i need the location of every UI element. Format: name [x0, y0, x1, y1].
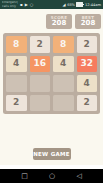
android-nav-bar: □ ○ ◁ [0, 169, 103, 183]
tile-8: 8 [6, 36, 27, 53]
score-box: SCORE 208 [46, 14, 72, 29]
clock-text: 12:44am [85, 3, 101, 7]
battery-icon [76, 2, 83, 8]
empty-cell [53, 75, 74, 92]
signal-icon: ◢ [63, 3, 66, 7]
tile-4: 4 [77, 75, 98, 92]
tile-2: 2 [6, 95, 27, 112]
tile-4: 4 [6, 56, 27, 73]
empty-cell [30, 75, 51, 92]
status-bar-right: ◢ 65% 12:44am [63, 2, 101, 8]
sd-card-icon: ▪ [20, 3, 23, 7]
best-box: BEST 208 [75, 14, 101, 29]
play-icon: ▶ [25, 3, 28, 7]
tile-16: 16 [30, 56, 51, 73]
circle-icon: ○ [30, 3, 34, 7]
recents-square-icon[interactable]: □ [21, 173, 28, 180]
status-bar: Emergency calls only ▪ ▶ ○ ◢ 65% 12:44am [0, 0, 103, 9]
tile-32: 32 [77, 56, 98, 73]
game-area: SCORE 208 BEST 208 8282416432422 NEW GAM… [0, 9, 103, 165]
home-circle-icon[interactable]: ○ [49, 173, 55, 180]
new-game-button[interactable]: NEW GAME [33, 148, 71, 160]
back-triangle-icon[interactable]: ◁ [76, 173, 81, 180]
tile-2: 2 [77, 95, 98, 112]
tile-2: 2 [30, 36, 51, 53]
tile-8: 8 [53, 36, 74, 53]
best-value: 208 [81, 20, 96, 27]
carrier-text: Emergency calls only [2, 1, 18, 7]
empty-cell [53, 95, 74, 112]
tile-2: 2 [77, 36, 98, 53]
score-value: 208 [52, 20, 67, 27]
empty-cell [6, 75, 27, 92]
battery-percent: 65% [67, 3, 75, 7]
board-grid[interactable]: 8282416432422 [3, 33, 100, 114]
status-bar-left: Emergency calls only ▪ ▶ ○ [2, 1, 33, 7]
tile-4: 4 [53, 56, 74, 73]
phone-screen: Emergency calls only ▪ ▶ ○ ◢ 65% 12:44am… [0, 0, 103, 183]
empty-cell [30, 95, 51, 112]
scoreboard: SCORE 208 BEST 208 [46, 14, 101, 29]
